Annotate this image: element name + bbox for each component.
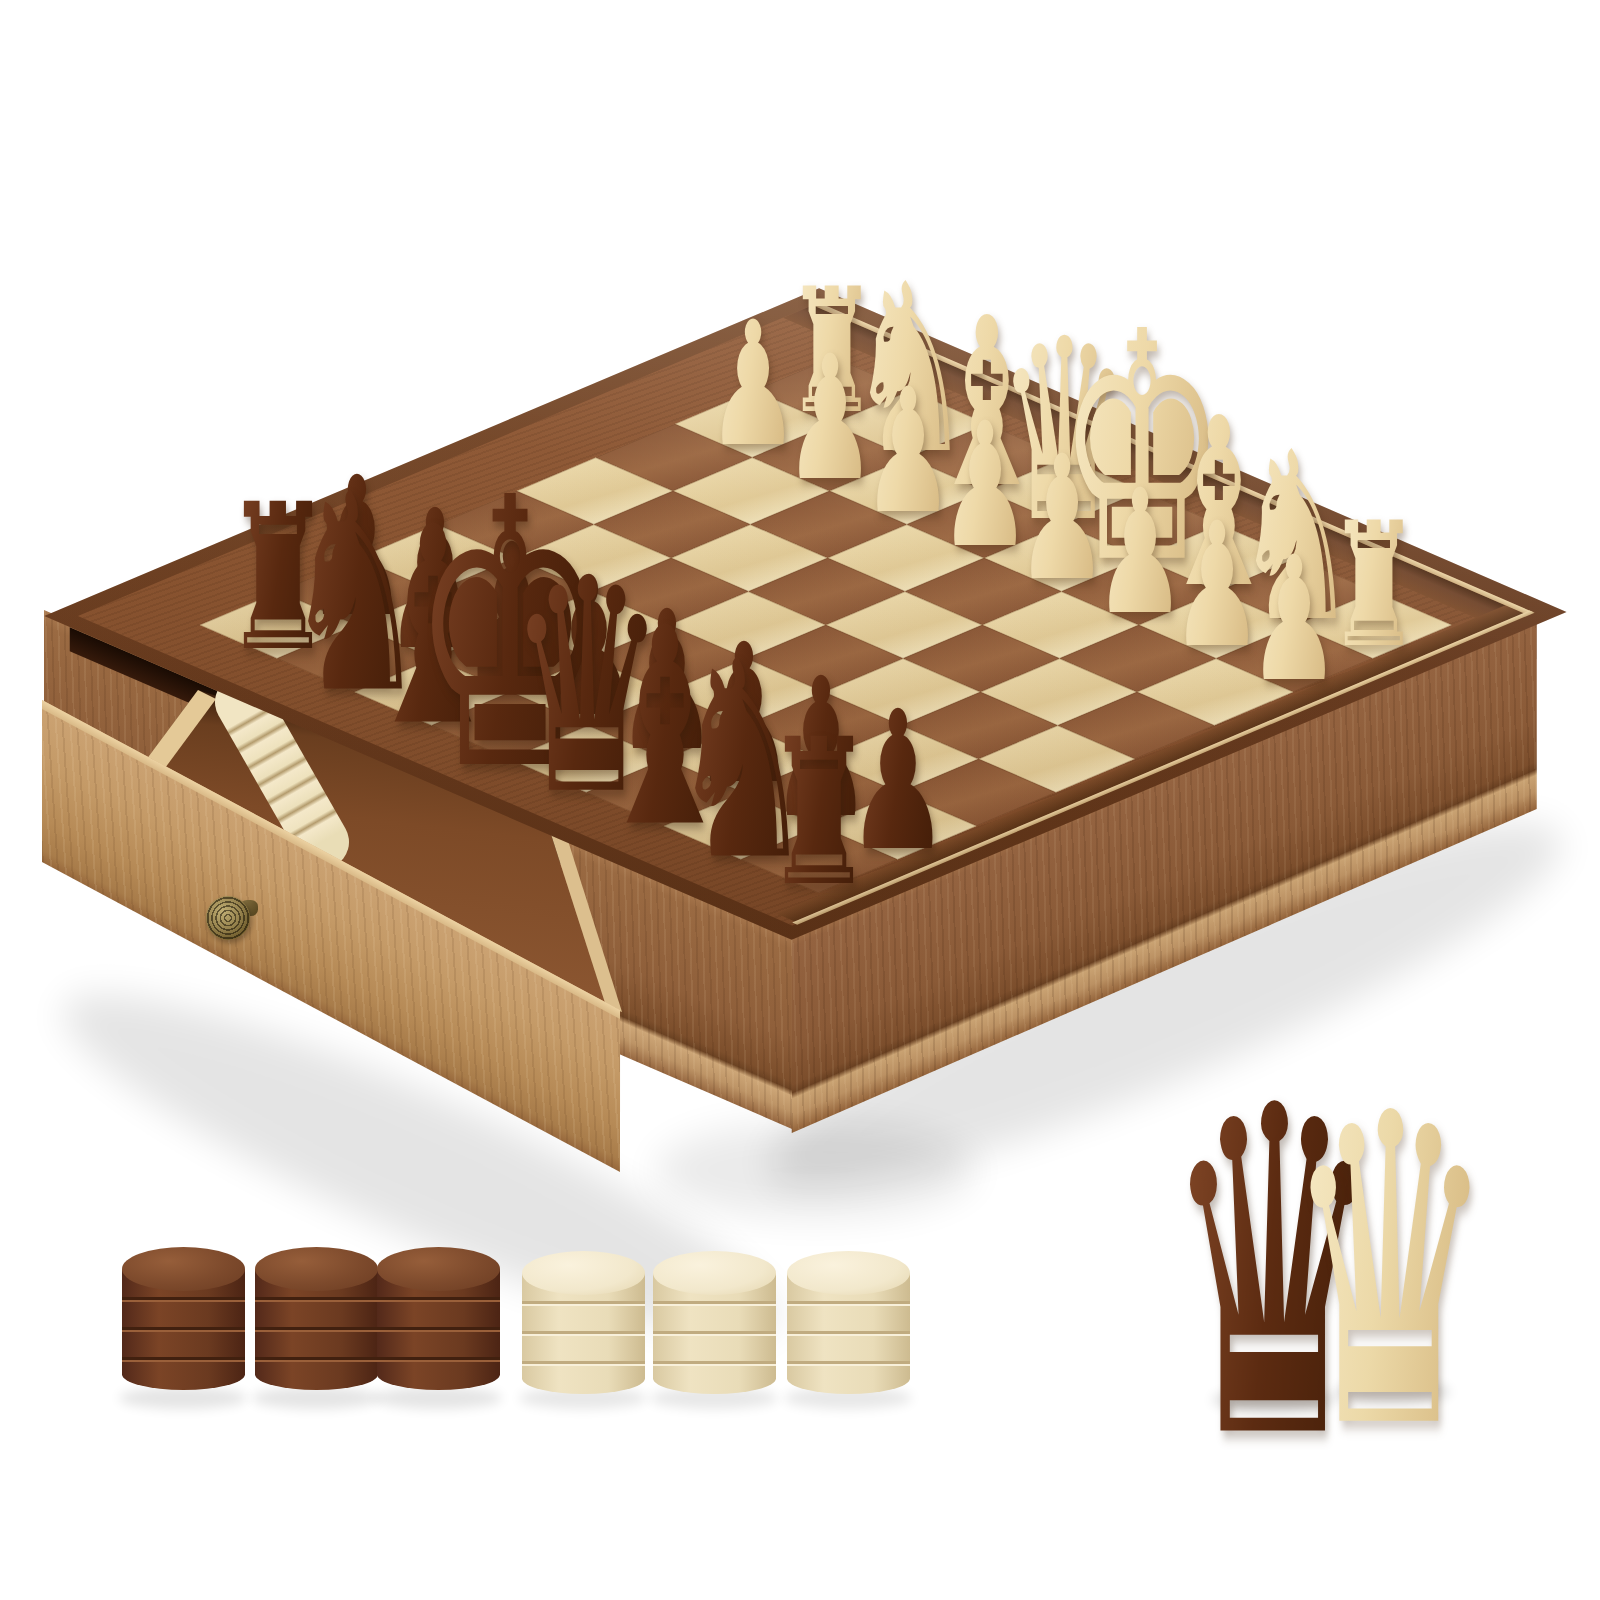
checker-stack-dark-2	[255, 1247, 378, 1390]
display-queen-light: ♛	[1284, 1059, 1495, 1487]
piece-bR-h8[interactable]: ♜	[765, 712, 874, 914]
chess-set-product-photo: ♜♞♝♛♚♝♞♜♟♟♟♟♟♟♟♟♟♟♟♟♟♟♟♟♜♞♝♚♛♝♞♜ ♛♛	[0, 0, 1600, 1600]
checker-stack-light-2	[653, 1251, 776, 1394]
piece-wR-h1[interactable]: ♜	[1327, 500, 1420, 672]
piece-wP-h2[interactable]: ♟	[1248, 534, 1341, 706]
checker-stack-dark-1	[122, 1247, 245, 1390]
checker-stack-light-1	[522, 1251, 645, 1394]
checker-stack-dark-3	[377, 1247, 500, 1390]
drawer-knob[interactable]	[206, 896, 250, 940]
checker-stack-light-3	[787, 1251, 910, 1394]
